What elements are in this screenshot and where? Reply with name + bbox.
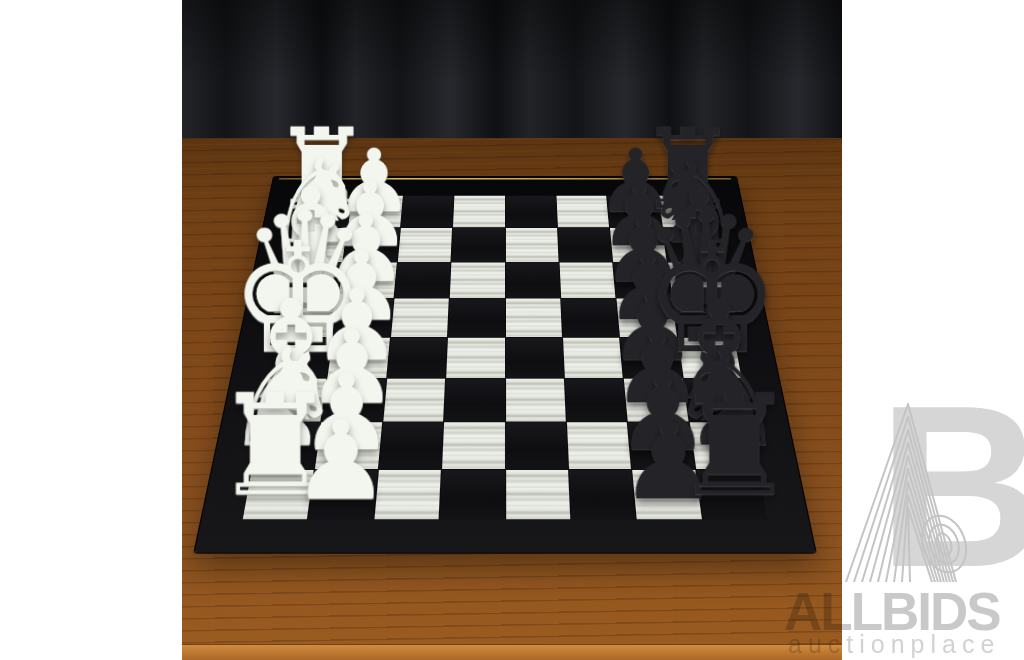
square-f4 [444, 379, 504, 422]
auction-photo: ♜♟♟♜♞♟♟♞♝♟♟♝♛♟♟♛♚♟♟♚♝♟♟♝♞♟♟♞♜♟♟♜ [182, 0, 842, 660]
fingerprint-arcs [846, 404, 974, 582]
square-a5 [505, 196, 556, 228]
square-d5 [505, 299, 561, 337]
fingerprint-b-logo: B [834, 386, 1024, 582]
square-h5 [506, 470, 571, 520]
square-h8: ♜ [696, 470, 767, 520]
white-pawn: ♟ [258, 406, 425, 516]
chess-board: ♜♟♟♜♞♟♟♞♝♟♟♝♛♟♟♛♚♟♟♚♝♟♟♝♞♟♟♞♜♟♟♜ [194, 176, 815, 552]
table-front-edge [182, 644, 842, 660]
square-c4 [450, 262, 505, 298]
black-rook: ♜ [651, 376, 818, 515]
watermark-letter-b: B [878, 386, 1024, 582]
square-e4 [446, 337, 504, 377]
square-a4 [453, 196, 504, 228]
board-grid: ♜♟♟♜♞♟♟♞♝♟♟♝♛♟♟♛♚♟♟♚♝♟♟♝♞♟♟♞♜♟♟♜ [243, 196, 767, 519]
square-e5 [506, 337, 564, 377]
board-scene: ♜♟♟♜♞♟♟♞♝♟♟♝♛♟♟♛♚♟♟♚♝♟♟♝♞♟♟♞♜♟♟♜ [240, 72, 770, 602]
square-h4 [440, 470, 505, 520]
square-c5 [505, 262, 560, 298]
square-g5 [506, 423, 568, 469]
square-b5 [505, 228, 558, 262]
square-h2: ♟ [308, 470, 377, 520]
square-f5 [506, 379, 566, 422]
square-b4 [452, 228, 505, 262]
square-d4 [448, 299, 504, 337]
square-g4 [442, 423, 504, 469]
